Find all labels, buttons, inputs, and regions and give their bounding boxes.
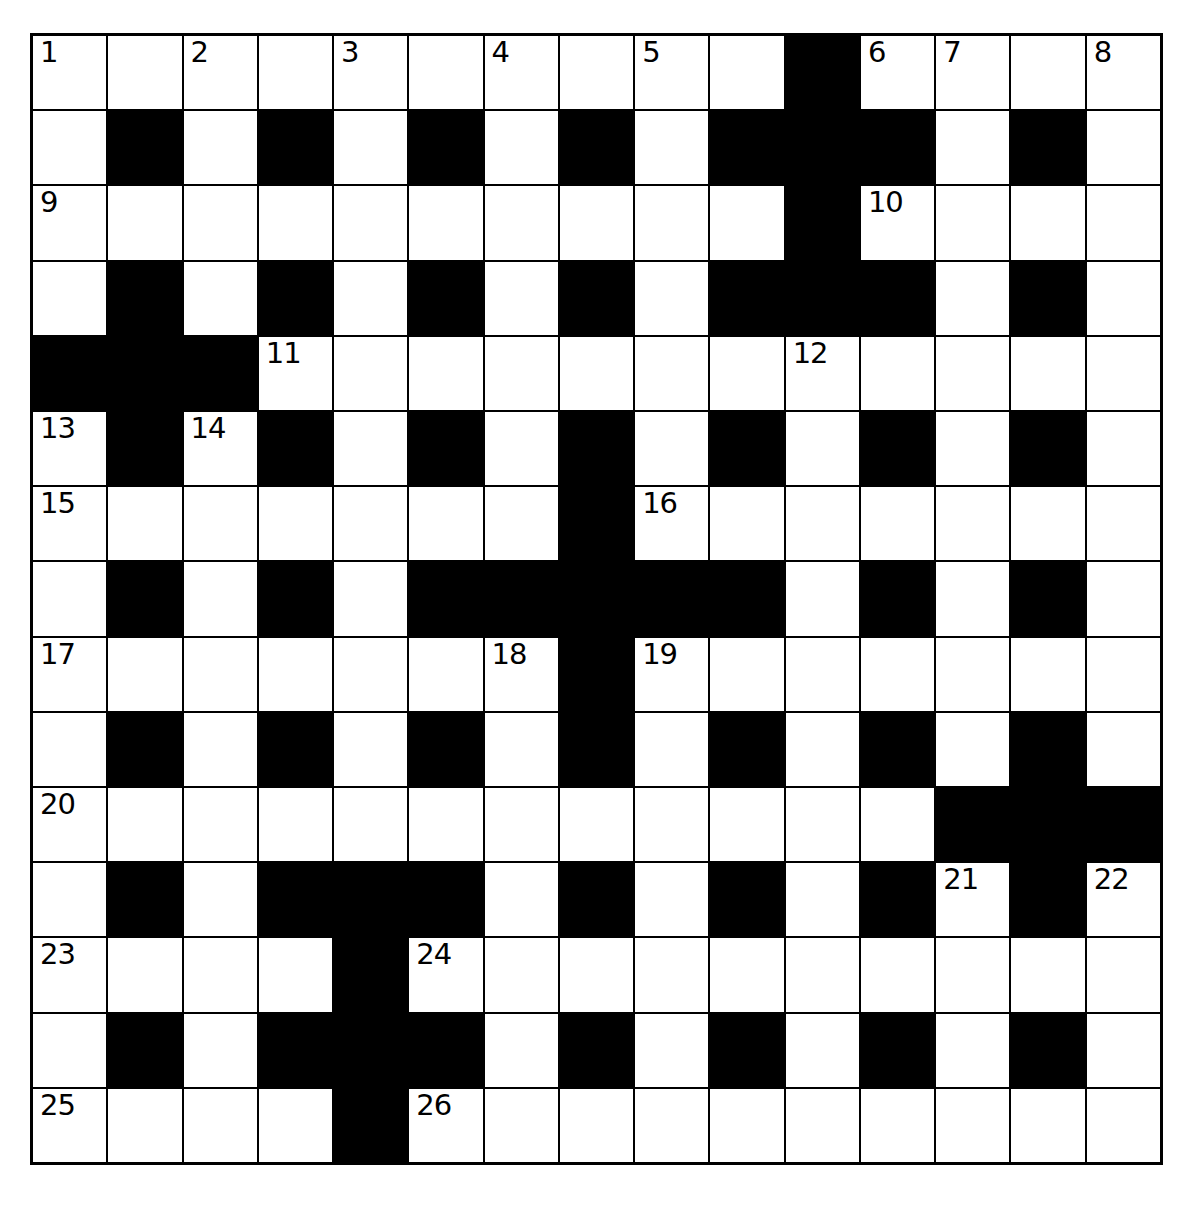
cell-r2c9[interactable] <box>710 186 783 259</box>
cell-r8c9[interactable] <box>710 638 783 711</box>
cell-r6c14[interactable] <box>1087 487 1160 560</box>
cell-r14c13[interactable] <box>1011 1089 1084 1162</box>
clue-number: 8 <box>1094 36 1111 68</box>
cell-r0c2[interactable]: 2 <box>184 36 257 109</box>
block-r11c11 <box>861 863 934 936</box>
cell-r9c4[interactable] <box>334 713 407 786</box>
cell-r12c6[interactable] <box>485 938 558 1011</box>
cell-r10c0[interactable]: 20 <box>33 788 106 861</box>
cell-r9c8[interactable] <box>635 713 708 786</box>
cell-r2c12[interactable] <box>936 186 1009 259</box>
cell-r5c4[interactable] <box>334 412 407 485</box>
cell-r4c7[interactable] <box>560 337 633 410</box>
cell-r0c12[interactable]: 7 <box>936 36 1009 109</box>
clue-number: 17 <box>40 638 75 670</box>
cell-r9c12[interactable] <box>936 713 1009 786</box>
crossword-grid: 1234567891011121314151617181920212223242… <box>30 33 1163 1165</box>
cell-r14c7[interactable] <box>560 1089 633 1162</box>
cell-r2c8[interactable] <box>635 186 708 259</box>
cell-r7c2[interactable] <box>184 562 257 635</box>
block-r14c4 <box>334 1089 407 1162</box>
cell-r1c12[interactable] <box>936 111 1009 184</box>
clue-number: 3 <box>341 36 358 68</box>
cell-r9c6[interactable] <box>485 713 558 786</box>
clue-number: 4 <box>492 36 509 68</box>
cell-r14c5[interactable]: 26 <box>409 1089 482 1162</box>
cell-r8c0[interactable]: 17 <box>33 638 106 711</box>
block-r10c13 <box>1011 788 1084 861</box>
block-r3c3 <box>259 262 332 335</box>
cell-r0c1[interactable] <box>108 36 181 109</box>
block-r12c4 <box>334 938 407 1011</box>
block-r1c3 <box>259 111 332 184</box>
cell-r12c7[interactable] <box>560 938 633 1011</box>
block-r9c11 <box>861 713 934 786</box>
cell-r2c2[interactable] <box>184 186 257 259</box>
block-r7c5 <box>409 562 482 635</box>
clue-number: 21 <box>943 863 978 895</box>
cell-r0c0[interactable]: 1 <box>33 36 106 109</box>
clue-number: 23 <box>40 938 75 970</box>
block-r7c8 <box>635 562 708 635</box>
cell-r14c2[interactable] <box>184 1089 257 1162</box>
block-r1c10 <box>786 111 859 184</box>
clue-number: 9 <box>40 186 57 218</box>
cell-r3c0[interactable] <box>33 262 106 335</box>
cell-r9c0[interactable] <box>33 713 106 786</box>
cell-r4c4[interactable] <box>334 337 407 410</box>
cell-r8c10[interactable] <box>786 638 859 711</box>
block-r9c7 <box>560 713 633 786</box>
cell-r0c8[interactable]: 5 <box>635 36 708 109</box>
cell-r8c1[interactable] <box>108 638 181 711</box>
cell-r12c13[interactable] <box>1011 938 1084 1011</box>
cell-r14c12[interactable] <box>936 1089 1009 1162</box>
block-r3c13 <box>1011 262 1084 335</box>
cell-r8c3[interactable] <box>259 638 332 711</box>
block-r11c3 <box>259 863 332 936</box>
cell-r8c4[interactable] <box>334 638 407 711</box>
cell-r0c3[interactable] <box>259 36 332 109</box>
cell-r11c8[interactable] <box>635 863 708 936</box>
clue-number: 22 <box>1094 863 1129 895</box>
cell-r0c6[interactable]: 4 <box>485 36 558 109</box>
cell-r1c8[interactable] <box>635 111 708 184</box>
block-r11c13 <box>1011 863 1084 936</box>
block-r13c7 <box>560 1014 633 1087</box>
cell-r6c0[interactable]: 15 <box>33 487 106 560</box>
cell-r12c3[interactable] <box>259 938 332 1011</box>
cell-r2c14[interactable] <box>1087 186 1160 259</box>
clue-number: 12 <box>793 337 828 369</box>
cell-r6c8[interactable]: 16 <box>635 487 708 560</box>
block-r13c3 <box>259 1014 332 1087</box>
cell-r3c12[interactable] <box>936 262 1009 335</box>
block-r9c5 <box>409 713 482 786</box>
cell-r13c0[interactable] <box>33 1014 106 1087</box>
cell-r2c11[interactable]: 10 <box>861 186 934 259</box>
cell-r1c2[interactable] <box>184 111 257 184</box>
cell-r14c11[interactable] <box>861 1089 934 1162</box>
block-r3c9 <box>710 262 783 335</box>
block-r5c13 <box>1011 412 1084 485</box>
cell-r14c0[interactable]: 25 <box>33 1089 106 1162</box>
block-r11c4 <box>334 863 407 936</box>
cell-r5c2[interactable]: 14 <box>184 412 257 485</box>
cell-r8c5[interactable] <box>409 638 482 711</box>
cell-r8c8[interactable]: 19 <box>635 638 708 711</box>
cell-r6c4[interactable] <box>334 487 407 560</box>
clue-number: 11 <box>266 337 301 369</box>
cell-r11c6[interactable] <box>485 863 558 936</box>
cell-r2c1[interactable] <box>108 186 181 259</box>
block-r3c7 <box>560 262 633 335</box>
block-r7c1 <box>108 562 181 635</box>
clue-number: 15 <box>40 487 75 519</box>
cell-r0c9[interactable] <box>710 36 783 109</box>
clue-number: 13 <box>40 412 75 444</box>
cell-r12c11[interactable] <box>861 938 934 1011</box>
cell-r8c2[interactable] <box>184 638 257 711</box>
clue-number: 18 <box>492 638 527 670</box>
cell-r0c13[interactable] <box>1011 36 1084 109</box>
block-r9c1 <box>108 713 181 786</box>
block-r5c7 <box>560 412 633 485</box>
cell-r4c8[interactable] <box>635 337 708 410</box>
cell-r14c1[interactable] <box>108 1089 181 1162</box>
block-r3c1 <box>108 262 181 335</box>
block-r3c11 <box>861 262 934 335</box>
block-r9c13 <box>1011 713 1084 786</box>
block-r10c12 <box>936 788 1009 861</box>
clue-number: 10 <box>868 186 903 218</box>
cell-r4c10[interactable]: 12 <box>786 337 859 410</box>
cell-r1c0[interactable] <box>33 111 106 184</box>
block-r11c7 <box>560 863 633 936</box>
cell-r10c4[interactable] <box>334 788 407 861</box>
block-r13c13 <box>1011 1014 1084 1087</box>
block-r5c9 <box>710 412 783 485</box>
block-r7c13 <box>1011 562 1084 635</box>
cell-r2c7[interactable] <box>560 186 633 259</box>
cell-r10c3[interactable] <box>259 788 332 861</box>
block-r5c1 <box>108 412 181 485</box>
cell-r12c9[interactable] <box>710 938 783 1011</box>
block-r13c9 <box>710 1014 783 1087</box>
cell-r5c10[interactable] <box>786 412 859 485</box>
block-r1c13 <box>1011 111 1084 184</box>
cell-r6c11[interactable] <box>861 487 934 560</box>
cell-r6c6[interactable] <box>485 487 558 560</box>
clue-number: 7 <box>943 36 960 68</box>
cell-r6c1[interactable] <box>108 487 181 560</box>
clue-number: 24 <box>416 938 451 970</box>
cell-r6c5[interactable] <box>409 487 482 560</box>
cell-r12c12[interactable] <box>936 938 1009 1011</box>
cell-r6c12[interactable] <box>936 487 1009 560</box>
block-r7c9 <box>710 562 783 635</box>
cell-r13c10[interactable] <box>786 1014 859 1087</box>
block-r4c1 <box>108 337 181 410</box>
cell-r0c4[interactable]: 3 <box>334 36 407 109</box>
cell-r4c11[interactable] <box>861 337 934 410</box>
cell-r10c6[interactable] <box>485 788 558 861</box>
cell-r5c0[interactable]: 13 <box>33 412 106 485</box>
cell-r8c12[interactable] <box>936 638 1009 711</box>
cell-r14c14[interactable] <box>1087 1089 1160 1162</box>
cell-r7c10[interactable] <box>786 562 859 635</box>
cell-r10c9[interactable] <box>710 788 783 861</box>
cell-r10c10[interactable] <box>786 788 859 861</box>
cell-r14c8[interactable] <box>635 1089 708 1162</box>
cell-r5c6[interactable] <box>485 412 558 485</box>
cell-r8c6[interactable]: 18 <box>485 638 558 711</box>
block-r2c10 <box>786 186 859 259</box>
block-r11c9 <box>710 863 783 936</box>
cell-r5c12[interactable] <box>936 412 1009 485</box>
cell-r14c6[interactable] <box>485 1089 558 1162</box>
block-r9c3 <box>259 713 332 786</box>
block-r11c5 <box>409 863 482 936</box>
cell-r10c7[interactable] <box>560 788 633 861</box>
cell-r13c2[interactable] <box>184 1014 257 1087</box>
cell-r12c2[interactable] <box>184 938 257 1011</box>
cell-r14c9[interactable] <box>710 1089 783 1162</box>
block-r5c3 <box>259 412 332 485</box>
cell-r13c12[interactable] <box>936 1014 1009 1087</box>
block-r8c7 <box>560 638 633 711</box>
cell-r1c14[interactable] <box>1087 111 1160 184</box>
cell-r3c6[interactable] <box>485 262 558 335</box>
cell-r5c8[interactable] <box>635 412 708 485</box>
block-r10c14 <box>1087 788 1160 861</box>
block-r4c0 <box>33 337 106 410</box>
block-r7c7 <box>560 562 633 635</box>
block-r4c2 <box>184 337 257 410</box>
cell-r9c14[interactable] <box>1087 713 1160 786</box>
cell-r3c4[interactable] <box>334 262 407 335</box>
cell-r11c10[interactable] <box>786 863 859 936</box>
cell-r12c1[interactable] <box>108 938 181 1011</box>
cell-r5c14[interactable] <box>1087 412 1160 485</box>
block-r7c6 <box>485 562 558 635</box>
cell-r6c13[interactable] <box>1011 487 1084 560</box>
block-r3c10 <box>786 262 859 335</box>
cell-r10c1[interactable] <box>108 788 181 861</box>
cell-r11c2[interactable] <box>184 863 257 936</box>
block-r6c7 <box>560 487 633 560</box>
cell-r14c3[interactable] <box>259 1089 332 1162</box>
cell-r0c11[interactable]: 6 <box>861 36 934 109</box>
cell-r4c12[interactable] <box>936 337 1009 410</box>
clue-number: 26 <box>416 1089 451 1121</box>
clue-number: 16 <box>642 487 677 519</box>
cell-r12c5[interactable]: 24 <box>409 938 482 1011</box>
cell-r6c9[interactable] <box>710 487 783 560</box>
clue-number: 5 <box>642 36 659 68</box>
cell-r4c3[interactable]: 11 <box>259 337 332 410</box>
clue-number: 14 <box>191 412 226 444</box>
cell-r7c12[interactable] <box>936 562 1009 635</box>
cell-r2c5[interactable] <box>409 186 482 259</box>
cell-r8c14[interactable] <box>1087 638 1160 711</box>
cell-r8c11[interactable] <box>861 638 934 711</box>
cell-r4c14[interactable] <box>1087 337 1160 410</box>
cell-r7c4[interactable] <box>334 562 407 635</box>
cell-r11c14[interactable]: 22 <box>1087 863 1160 936</box>
cell-r12c8[interactable] <box>635 938 708 1011</box>
cell-r4c9[interactable] <box>710 337 783 410</box>
block-r1c1 <box>108 111 181 184</box>
cell-r4c6[interactable] <box>485 337 558 410</box>
cell-r13c14[interactable] <box>1087 1014 1160 1087</box>
block-r1c7 <box>560 111 633 184</box>
cell-r0c5[interactable] <box>409 36 482 109</box>
cell-r7c14[interactable] <box>1087 562 1160 635</box>
cell-r10c2[interactable] <box>184 788 257 861</box>
clue-number: 25 <box>40 1089 75 1121</box>
cell-r6c2[interactable] <box>184 487 257 560</box>
block-r1c5 <box>409 111 482 184</box>
cell-r7c0[interactable] <box>33 562 106 635</box>
cell-r10c11[interactable] <box>861 788 934 861</box>
block-r13c11 <box>861 1014 934 1087</box>
block-r13c1 <box>108 1014 181 1087</box>
block-r7c3 <box>259 562 332 635</box>
block-r1c11 <box>861 111 934 184</box>
cell-r0c14[interactable]: 8 <box>1087 36 1160 109</box>
cell-r4c13[interactable] <box>1011 337 1084 410</box>
cell-r1c4[interactable] <box>334 111 407 184</box>
cell-r2c3[interactable] <box>259 186 332 259</box>
block-r7c11 <box>861 562 934 635</box>
clue-number: 2 <box>191 36 208 68</box>
clue-number: 6 <box>868 36 885 68</box>
cell-r13c8[interactable] <box>635 1014 708 1087</box>
cell-r8c13[interactable] <box>1011 638 1084 711</box>
cell-r11c0[interactable] <box>33 863 106 936</box>
clue-number: 19 <box>642 638 677 670</box>
block-r5c5 <box>409 412 482 485</box>
cell-r9c10[interactable] <box>786 713 859 786</box>
cell-r3c8[interactable] <box>635 262 708 335</box>
cell-r0c7[interactable] <box>560 36 633 109</box>
block-r0c10 <box>786 36 859 109</box>
cell-r10c5[interactable] <box>409 788 482 861</box>
cell-r11c12[interactable]: 21 <box>936 863 1009 936</box>
cell-r1c6[interactable] <box>485 111 558 184</box>
cell-r12c0[interactable]: 23 <box>33 938 106 1011</box>
cell-r3c14[interactable] <box>1087 262 1160 335</box>
block-r13c4 <box>334 1014 407 1087</box>
clue-number: 20 <box>40 788 75 820</box>
cell-r2c6[interactable] <box>485 186 558 259</box>
cell-r2c4[interactable] <box>334 186 407 259</box>
clue-number: 1 <box>40 36 57 68</box>
cell-r13c6[interactable] <box>485 1014 558 1087</box>
block-r5c11 <box>861 412 934 485</box>
block-r3c5 <box>409 262 482 335</box>
cell-r2c13[interactable] <box>1011 186 1084 259</box>
block-r1c9 <box>710 111 783 184</box>
cell-r6c3[interactable] <box>259 487 332 560</box>
cell-r6c10[interactable] <box>786 487 859 560</box>
cell-r10c8[interactable] <box>635 788 708 861</box>
cell-r9c2[interactable] <box>184 713 257 786</box>
cell-r14c10[interactable] <box>786 1089 859 1162</box>
cell-r3c2[interactable] <box>184 262 257 335</box>
cell-r12c10[interactable] <box>786 938 859 1011</box>
block-r11c1 <box>108 863 181 936</box>
block-r9c9 <box>710 713 783 786</box>
cell-r12c14[interactable] <box>1087 938 1160 1011</box>
block-r13c5 <box>409 1014 482 1087</box>
cell-r4c5[interactable] <box>409 337 482 410</box>
cell-r2c0[interactable]: 9 <box>33 186 106 259</box>
